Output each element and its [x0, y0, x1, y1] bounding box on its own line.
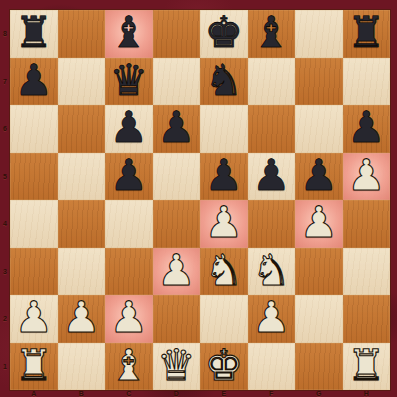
- square-c6[interactable]: ♟: [105, 105, 153, 153]
- square-a5[interactable]: [10, 153, 58, 201]
- square-h7[interactable]: [343, 58, 391, 106]
- piece-white-bishop-c1: ♝: [109, 344, 148, 387]
- board-frame: ♜♝♚♝♜♟♛♞♟♟♟♟♟♟♟♟♟♟♟♞♞♟♟♟♟♜♝♛♚♜ 87654321 …: [0, 0, 397, 397]
- square-e3[interactable]: ♞: [200, 248, 248, 296]
- rank-label-1: 1: [0, 343, 10, 391]
- square-b6[interactable]: [58, 105, 106, 153]
- piece-white-pawn-g4: ♟: [299, 201, 338, 244]
- square-e1[interactable]: ♚: [200, 343, 248, 391]
- piece-white-queen-d1: ♛: [157, 344, 196, 387]
- square-g4[interactable]: ♟: [295, 200, 343, 248]
- piece-white-knight-f3: ♞: [252, 249, 291, 292]
- square-f1[interactable]: [248, 343, 296, 391]
- square-f4[interactable]: [248, 200, 296, 248]
- square-h8[interactable]: ♜: [343, 10, 391, 58]
- file-label-g: G: [295, 390, 343, 397]
- piece-black-king-e8: ♚: [204, 11, 243, 54]
- piece-white-rook-h1: ♜: [347, 344, 386, 387]
- piece-white-knight-e3: ♞: [204, 249, 243, 292]
- rank-label-2: 2: [0, 295, 10, 343]
- square-c5[interactable]: ♟: [105, 153, 153, 201]
- file-label-c: C: [105, 390, 153, 397]
- square-e5[interactable]: ♟: [200, 153, 248, 201]
- square-b7[interactable]: [58, 58, 106, 106]
- piece-white-pawn-b2: ♟: [62, 296, 101, 339]
- file-label-a: A: [10, 390, 58, 397]
- piece-black-queen-c7: ♛: [109, 59, 148, 102]
- square-h1[interactable]: ♜: [343, 343, 391, 391]
- file-label-d: D: [153, 390, 201, 397]
- square-d4[interactable]: [153, 200, 201, 248]
- piece-white-pawn-d3: ♟: [157, 249, 196, 292]
- square-h4[interactable]: [343, 200, 391, 248]
- piece-black-pawn-c6: ♟: [109, 106, 148, 149]
- square-h5[interactable]: ♟: [343, 153, 391, 201]
- piece-white-pawn-h5: ♟: [347, 154, 386, 197]
- piece-black-pawn-a7: ♟: [14, 59, 53, 102]
- piece-black-pawn-f5: ♟: [252, 154, 291, 197]
- square-g5[interactable]: ♟: [295, 153, 343, 201]
- square-d8[interactable]: [153, 10, 201, 58]
- piece-black-pawn-h6: ♟: [347, 106, 386, 149]
- square-b1[interactable]: [58, 343, 106, 391]
- piece-black-pawn-e5: ♟: [204, 154, 243, 197]
- square-g2[interactable]: [295, 295, 343, 343]
- square-f5[interactable]: ♟: [248, 153, 296, 201]
- piece-white-pawn-c2: ♟: [109, 296, 148, 339]
- square-c2[interactable]: ♟: [105, 295, 153, 343]
- square-g6[interactable]: [295, 105, 343, 153]
- file-label-e: E: [200, 390, 248, 397]
- square-b2[interactable]: ♟: [58, 295, 106, 343]
- rank-label-5: 5: [0, 153, 10, 201]
- piece-black-pawn-g5: ♟: [299, 154, 338, 197]
- square-a2[interactable]: ♟: [10, 295, 58, 343]
- square-d2[interactable]: [153, 295, 201, 343]
- square-a8[interactable]: ♜: [10, 10, 58, 58]
- square-a3[interactable]: [10, 248, 58, 296]
- square-g8[interactable]: [295, 10, 343, 58]
- piece-black-rook-a8: ♜: [14, 11, 53, 54]
- square-c3[interactable]: [105, 248, 153, 296]
- rank-label-8: 8: [0, 10, 10, 58]
- square-e2[interactable]: [200, 295, 248, 343]
- piece-white-pawn-e4: ♟: [204, 201, 243, 244]
- rank-label-6: 6: [0, 105, 10, 153]
- square-f6[interactable]: [248, 105, 296, 153]
- square-b8[interactable]: [58, 10, 106, 58]
- square-b5[interactable]: [58, 153, 106, 201]
- piece-white-rook-a1: ♜: [14, 344, 53, 387]
- square-c7[interactable]: ♛: [105, 58, 153, 106]
- square-a4[interactable]: [10, 200, 58, 248]
- file-label-h: H: [343, 390, 391, 397]
- piece-black-pawn-d6: ♟: [157, 106, 196, 149]
- square-h6[interactable]: ♟: [343, 105, 391, 153]
- square-f3[interactable]: ♞: [248, 248, 296, 296]
- square-f2[interactable]: ♟: [248, 295, 296, 343]
- rank-label-3: 3: [0, 248, 10, 296]
- square-c4[interactable]: [105, 200, 153, 248]
- square-d6[interactable]: ♟: [153, 105, 201, 153]
- square-f8[interactable]: ♝: [248, 10, 296, 58]
- square-g3[interactable]: [295, 248, 343, 296]
- square-f7[interactable]: [248, 58, 296, 106]
- square-e4[interactable]: ♟: [200, 200, 248, 248]
- square-c8[interactable]: ♝: [105, 10, 153, 58]
- piece-black-pawn-c5: ♟: [109, 154, 148, 197]
- square-e8[interactable]: ♚: [200, 10, 248, 58]
- square-c1[interactable]: ♝: [105, 343, 153, 391]
- square-h2[interactable]: [343, 295, 391, 343]
- piece-black-bishop-c8: ♝: [109, 11, 148, 54]
- square-e6[interactable]: [200, 105, 248, 153]
- piece-white-king-e1: ♚: [204, 344, 243, 387]
- piece-white-pawn-f2: ♟: [252, 296, 291, 339]
- square-b4[interactable]: [58, 200, 106, 248]
- piece-black-rook-h8: ♜: [347, 11, 386, 54]
- square-d5[interactable]: [153, 153, 201, 201]
- square-g7[interactable]: [295, 58, 343, 106]
- square-a6[interactable]: [10, 105, 58, 153]
- rank-label-7: 7: [0, 58, 10, 106]
- piece-black-bishop-f8: ♝: [252, 11, 291, 54]
- square-a7[interactable]: ♟: [10, 58, 58, 106]
- square-g1[interactable]: [295, 343, 343, 391]
- square-b3[interactable]: [58, 248, 106, 296]
- square-h3[interactable]: [343, 248, 391, 296]
- rank-label-4: 4: [0, 200, 10, 248]
- file-label-b: B: [58, 390, 106, 397]
- piece-white-pawn-a2: ♟: [14, 296, 53, 339]
- square-e7[interactable]: ♞: [200, 58, 248, 106]
- piece-black-knight-e7: ♞: [204, 59, 243, 102]
- square-d1[interactable]: ♛: [153, 343, 201, 391]
- square-d3[interactable]: ♟: [153, 248, 201, 296]
- file-label-f: F: [248, 390, 296, 397]
- chess-board: ♜♝♚♝♜♟♛♞♟♟♟♟♟♟♟♟♟♟♟♞♞♟♟♟♟♜♝♛♚♜: [10, 10, 390, 390]
- square-a1[interactable]: ♜: [10, 343, 58, 391]
- square-d7[interactable]: [153, 58, 201, 106]
